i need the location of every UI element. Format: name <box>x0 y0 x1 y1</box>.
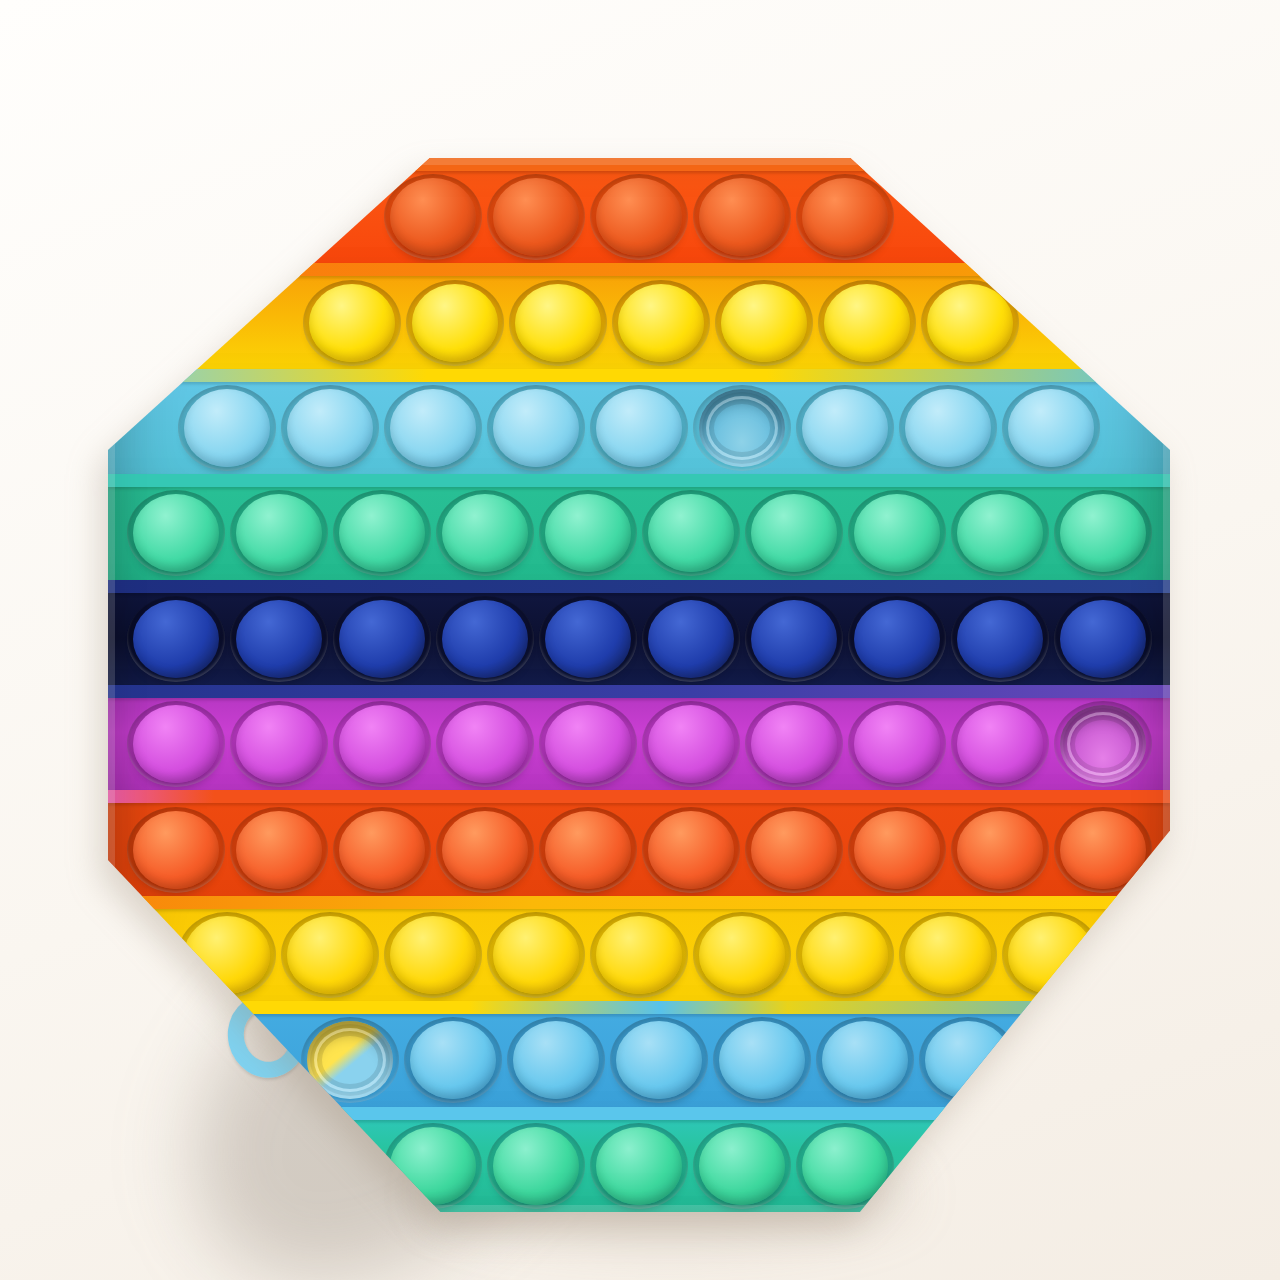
bubble-socket <box>230 807 328 893</box>
bubble-socket <box>436 596 534 682</box>
row-divider-rail <box>108 896 1170 909</box>
bubble-r9-c7[interactable] <box>925 1021 1011 1099</box>
row-2-yellow <box>108 263 1170 368</box>
bubble-r6-c6[interactable] <box>648 705 734 783</box>
row-cells <box>108 593 1170 685</box>
bubble-socket <box>487 385 585 471</box>
photo-scene <box>0 0 1280 1280</box>
bubble-r4-c7[interactable] <box>751 494 837 572</box>
pop-it-toy <box>0 0 1280 1280</box>
row-divider-rail <box>108 369 1170 382</box>
bubble-r5-c2[interactable] <box>236 600 322 678</box>
bubble-socket <box>1002 912 1100 998</box>
bubble-socket <box>693 385 791 471</box>
row-3-light-blue <box>108 369 1170 474</box>
bubble-socket <box>1054 701 1152 787</box>
bubble-r8-c9[interactable] <box>1008 916 1094 994</box>
bubble-socket <box>301 1017 399 1103</box>
bubble-socket <box>127 701 225 787</box>
bubble-r6-c8[interactable] <box>854 705 940 783</box>
bubble-r5-c6[interactable] <box>648 600 734 678</box>
row-cells <box>108 803 1170 895</box>
bubble-socket <box>127 596 225 682</box>
bubble-r5-c9[interactable] <box>957 600 1043 678</box>
bubble-socket <box>303 280 401 366</box>
row-divider-rail <box>108 580 1170 593</box>
bubble-socket <box>333 490 431 576</box>
bubble-r2-c6[interactable] <box>824 284 910 362</box>
bubble-socket <box>404 1017 502 1103</box>
bubble-r6-c4[interactable] <box>442 705 528 783</box>
bubble-socket <box>384 1123 482 1209</box>
bubble-socket <box>590 912 688 998</box>
bubble-socket <box>384 385 482 471</box>
bubble-socket <box>590 385 688 471</box>
popped-bubble-ring <box>706 396 778 460</box>
bubble-r6-c2[interactable] <box>236 705 322 783</box>
bubble-socket <box>745 490 843 576</box>
bubble-socket <box>642 807 740 893</box>
bubble-socket <box>951 807 1049 893</box>
bubble-r2-c1[interactable] <box>309 284 395 362</box>
bubble-socket <box>539 807 637 893</box>
bubble-socket <box>642 701 740 787</box>
bubble-r8-c2[interactable] <box>287 916 373 994</box>
bubble-r7-c3[interactable] <box>339 811 425 889</box>
bubble-socket <box>745 701 843 787</box>
row-9-sky-blue <box>108 1001 1170 1106</box>
row-8-golden-yellow <box>108 896 1170 1001</box>
row-cells <box>108 909 1170 1001</box>
bubble-r6-c9[interactable] <box>957 705 1043 783</box>
bubble-r1-c3[interactable] <box>596 178 682 256</box>
bubble-r4-c9[interactable] <box>957 494 1043 572</box>
popped-bubble-ring <box>314 1028 386 1092</box>
bubble-socket <box>796 1123 894 1209</box>
bubble-socket <box>384 912 482 998</box>
bubble-socket <box>745 807 843 893</box>
row-divider-rail <box>108 685 1170 698</box>
row-7-orange-red <box>108 790 1170 895</box>
row-6-magenta <box>108 685 1170 790</box>
bubble-r9-c1[interactable] <box>307 1021 393 1099</box>
bubble-socket <box>281 385 379 471</box>
bubble-r1-c4[interactable] <box>699 178 785 256</box>
bubble-socket <box>612 280 710 366</box>
row-divider-rail <box>108 158 1170 171</box>
bubble-r8-c1[interactable] <box>184 916 270 994</box>
bubble-socket <box>539 701 637 787</box>
bubble-r6-c5[interactable] <box>545 705 631 783</box>
bubble-socket <box>230 701 328 787</box>
bubble-socket <box>818 280 916 366</box>
bubble-socket <box>487 174 585 260</box>
bubble-r7-c4[interactable] <box>442 811 528 889</box>
bubble-r7-c8[interactable] <box>854 811 940 889</box>
bubble-r10-c2[interactable] <box>493 1127 579 1205</box>
row-cells <box>130 276 1192 368</box>
bubble-r3-c6[interactable] <box>699 389 785 467</box>
bubble-r5-c3[interactable] <box>339 600 425 678</box>
bubble-socket <box>127 807 225 893</box>
bubble-r7-c5[interactable] <box>545 811 631 889</box>
bubble-socket <box>848 490 946 576</box>
row-5-navy-blue <box>108 580 1170 685</box>
bubble-r8-c6[interactable] <box>699 916 785 994</box>
bubble-socket <box>436 701 534 787</box>
popped-bubble-ring <box>1067 712 1139 776</box>
bubble-socket <box>1054 490 1152 576</box>
bubble-r2-c2[interactable] <box>412 284 498 362</box>
bubble-socket <box>899 912 997 998</box>
bubble-r10-c5[interactable] <box>802 1127 888 1205</box>
bubble-socket <box>178 912 276 998</box>
bubble-r7-c1[interactable] <box>133 811 219 889</box>
bubble-r5-c10[interactable] <box>1060 600 1146 678</box>
bubble-r4-c2[interactable] <box>236 494 322 572</box>
bubble-socket <box>693 1123 791 1209</box>
bubble-socket <box>848 701 946 787</box>
bubble-socket <box>610 1017 708 1103</box>
bubble-r3-c2[interactable] <box>287 389 373 467</box>
bubble-socket <box>406 280 504 366</box>
bubble-socket <box>384 174 482 260</box>
bubble-r8-c8[interactable] <box>905 916 991 994</box>
row-cells <box>108 698 1170 790</box>
bubble-r9-c5[interactable] <box>719 1021 805 1099</box>
bubble-r2-c5[interactable] <box>721 284 807 362</box>
row-cells <box>108 171 1170 263</box>
bubble-socket <box>281 912 379 998</box>
bubble-socket <box>487 1123 585 1209</box>
row-divider-rail <box>108 1001 1170 1014</box>
bubble-r3-c9[interactable] <box>1008 389 1094 467</box>
row-cells <box>108 382 1170 474</box>
bubble-socket <box>1002 385 1100 471</box>
bubble-socket <box>713 1017 811 1103</box>
row-10-teal-green <box>108 1107 1170 1212</box>
bubble-socket <box>333 807 431 893</box>
bubble-socket <box>539 490 637 576</box>
bubble-socket <box>642 490 740 576</box>
row-divider-rail <box>108 790 1170 803</box>
bubble-socket <box>590 174 688 260</box>
bubble-r4-c1[interactable] <box>133 494 219 572</box>
bubble-socket <box>230 490 328 576</box>
row-cells <box>108 1120 1170 1212</box>
bubble-socket <box>590 1123 688 1209</box>
bubble-socket <box>178 385 276 471</box>
bubble-socket <box>333 701 431 787</box>
bubble-socket <box>1054 807 1152 893</box>
bubble-r8-c5[interactable] <box>596 916 682 994</box>
bubble-r10-c4[interactable] <box>699 1127 785 1205</box>
bubble-r8-c3[interactable] <box>390 916 476 994</box>
bubble-r6-c3[interactable] <box>339 705 425 783</box>
bubble-r2-c3[interactable] <box>515 284 601 362</box>
bubble-socket <box>127 490 225 576</box>
bubble-r1-c5[interactable] <box>802 178 888 256</box>
bubble-socket <box>919 1017 1017 1103</box>
bubble-socket <box>951 596 1049 682</box>
bubble-socket <box>693 912 791 998</box>
bubble-r3-c7[interactable] <box>802 389 888 467</box>
bubble-socket <box>539 596 637 682</box>
bubble-r2-c4[interactable] <box>618 284 704 362</box>
bubble-r4-c5[interactable] <box>545 494 631 572</box>
bubble-r5-c7[interactable] <box>751 600 837 678</box>
bubble-r5-c1[interactable] <box>133 600 219 678</box>
bubble-r2-c7[interactable] <box>927 284 1013 362</box>
bubble-socket <box>509 280 607 366</box>
bubble-socket <box>899 385 997 471</box>
bubble-r3-c1[interactable] <box>184 389 270 467</box>
bubble-r3-c8[interactable] <box>905 389 991 467</box>
bubble-r5-c4[interactable] <box>442 600 528 678</box>
bubble-socket <box>848 807 946 893</box>
bubble-socket <box>796 385 894 471</box>
bubble-r5-c5[interactable] <box>545 600 631 678</box>
bubble-r4-c10[interactable] <box>1060 494 1146 572</box>
row-cells <box>128 1014 1190 1106</box>
bubble-r5-c8[interactable] <box>854 600 940 678</box>
bubble-r4-c8[interactable] <box>854 494 940 572</box>
bubble-socket <box>693 174 791 260</box>
bubble-socket <box>1054 596 1152 682</box>
row-divider-rail <box>108 263 1170 276</box>
bubble-socket <box>715 280 813 366</box>
bubble-r4-c6[interactable] <box>648 494 734 572</box>
row-cells <box>108 487 1170 579</box>
bubble-r6-c10[interactable] <box>1060 705 1146 783</box>
bubble-socket <box>848 596 946 682</box>
bubble-socket <box>796 174 894 260</box>
bubble-socket <box>816 1017 914 1103</box>
bubble-socket <box>642 596 740 682</box>
bubble-r10-c1[interactable] <box>390 1127 476 1205</box>
bubble-r7-c10[interactable] <box>1060 811 1146 889</box>
bubble-socket <box>745 596 843 682</box>
bubble-socket <box>230 596 328 682</box>
bubble-socket <box>796 912 894 998</box>
row-divider-rail <box>108 474 1170 487</box>
bubble-r7-c7[interactable] <box>751 811 837 889</box>
bubble-r9-c3[interactable] <box>513 1021 599 1099</box>
bubble-r6-c7[interactable] <box>751 705 837 783</box>
bubble-r8-c7[interactable] <box>802 916 888 994</box>
bubble-socket <box>507 1017 605 1103</box>
bubble-r7-c6[interactable] <box>648 811 734 889</box>
row-4-green <box>108 474 1170 579</box>
bubble-socket <box>951 490 1049 576</box>
bubble-r7-c2[interactable] <box>236 811 322 889</box>
bubble-socket <box>436 807 534 893</box>
bubble-socket <box>951 701 1049 787</box>
bubble-r3-c4[interactable] <box>493 389 579 467</box>
bubble-r10-c3[interactable] <box>596 1127 682 1205</box>
bubble-socket <box>921 280 1019 366</box>
bubble-r4-c3[interactable] <box>339 494 425 572</box>
bubble-socket <box>436 490 534 576</box>
bubble-r4-c4[interactable] <box>442 494 528 572</box>
bubble-r7-c9[interactable] <box>957 811 1043 889</box>
bubble-r9-c6[interactable] <box>822 1021 908 1099</box>
bubble-r3-c5[interactable] <box>596 389 682 467</box>
bubble-r1-c2[interactable] <box>493 178 579 256</box>
bubble-r8-c4[interactable] <box>493 916 579 994</box>
bubble-r9-c4[interactable] <box>616 1021 702 1099</box>
bubble-r3-c3[interactable] <box>390 389 476 467</box>
bubble-r9-c2[interactable] <box>410 1021 496 1099</box>
row-divider-rail <box>108 1107 1170 1120</box>
row-1-red-orange <box>108 158 1170 263</box>
pop-it-board <box>108 158 1170 1212</box>
bubble-r1-c1[interactable] <box>390 178 476 256</box>
bubble-socket <box>333 596 431 682</box>
bubble-r6-c1[interactable] <box>133 705 219 783</box>
bubble-socket <box>487 912 585 998</box>
